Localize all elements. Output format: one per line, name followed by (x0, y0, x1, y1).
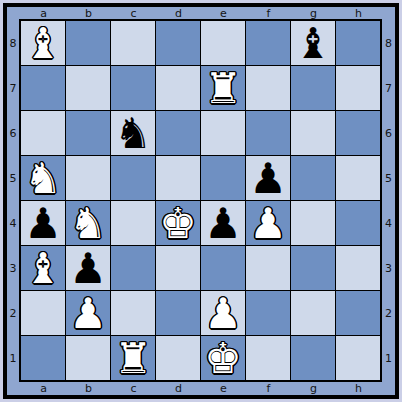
rank-label-3: 3 (7, 246, 19, 291)
rank-labels-left: 87654321 (7, 19, 19, 382)
square-b5[interactable] (66, 156, 110, 200)
square-g4[interactable] (291, 201, 335, 245)
square-h6[interactable] (336, 111, 380, 155)
square-c2[interactable] (111, 291, 155, 335)
square-f2[interactable] (246, 291, 290, 335)
square-c7[interactable] (111, 66, 155, 110)
rank-label-8: 8 (7, 21, 19, 66)
board-frame: abcdefgh 87654321 ♝♝♜♞♞♟♟♞♚♟♟♝♟♟♟♜♚ 8765… (3, 3, 399, 399)
square-e6[interactable] (201, 111, 245, 155)
rank-label-7: 7 (7, 66, 19, 111)
square-c1[interactable]: ♜ (111, 336, 155, 380)
square-e7[interactable]: ♜ (201, 66, 245, 110)
rank-label-1: 1 (7, 336, 19, 381)
square-b4[interactable]: ♞ (66, 201, 110, 245)
square-f1[interactable] (246, 336, 290, 380)
square-a4[interactable]: ♟ (21, 201, 65, 245)
square-c6[interactable]: ♞ (111, 111, 155, 155)
square-f8[interactable] (246, 21, 290, 65)
piece-white-pawn[interactable]: ♟ (249, 202, 287, 246)
square-c3[interactable] (111, 246, 155, 290)
square-e1[interactable]: ♚ (201, 336, 245, 380)
square-a2[interactable] (21, 291, 65, 335)
square-g6[interactable] (291, 111, 335, 155)
piece-white-bishop[interactable]: ♝ (24, 247, 62, 291)
square-h2[interactable] (336, 291, 380, 335)
square-f4[interactable]: ♟ (246, 201, 290, 245)
square-c8[interactable] (111, 21, 155, 65)
piece-white-pawn[interactable]: ♟ (204, 292, 242, 336)
square-d3[interactable] (156, 246, 200, 290)
piece-black-pawn[interactable]: ♟ (204, 202, 242, 246)
rank-label-2: 2 (7, 291, 19, 336)
file-label-d: d (156, 7, 201, 20)
square-a1[interactable] (21, 336, 65, 380)
square-g3[interactable] (291, 246, 335, 290)
piece-black-knight[interactable]: ♞ (114, 112, 152, 156)
square-d6[interactable] (156, 111, 200, 155)
square-d1[interactable] (156, 336, 200, 380)
rank-label-6: 6 (382, 111, 395, 156)
rank-label-4: 4 (382, 201, 395, 246)
square-f7[interactable] (246, 66, 290, 110)
piece-black-pawn[interactable]: ♟ (24, 202, 62, 246)
square-d5[interactable] (156, 156, 200, 200)
square-d8[interactable] (156, 21, 200, 65)
rank-label-3: 3 (382, 246, 395, 291)
file-label-c: c (111, 7, 156, 20)
file-label-e: e (201, 382, 246, 395)
square-d4[interactable]: ♚ (156, 201, 200, 245)
square-h3[interactable] (336, 246, 380, 290)
file-label-a: a (21, 7, 66, 20)
square-e4[interactable]: ♟ (201, 201, 245, 245)
rank-label-8: 8 (382, 21, 395, 66)
square-h1[interactable] (336, 336, 380, 380)
rank-label-2: 2 (382, 291, 395, 336)
piece-white-rook[interactable]: ♜ (114, 337, 152, 381)
rank-label-5: 5 (7, 156, 19, 201)
piece-white-pawn[interactable]: ♟ (69, 292, 107, 336)
file-label-h: h (336, 382, 381, 395)
square-h5[interactable] (336, 156, 380, 200)
rank-label-5: 5 (382, 156, 395, 201)
square-d7[interactable] (156, 66, 200, 110)
square-e5[interactable] (201, 156, 245, 200)
piece-white-bishop[interactable]: ♝ (24, 22, 62, 66)
square-g8[interactable]: ♝ (291, 21, 335, 65)
square-a3[interactable]: ♝ (21, 246, 65, 290)
rank-label-4: 4 (7, 201, 19, 246)
square-e3[interactable] (201, 246, 245, 290)
rank-labels-right: 87654321 (382, 19, 395, 382)
square-b8[interactable] (66, 21, 110, 65)
square-g2[interactable] (291, 291, 335, 335)
file-label-g: g (291, 7, 336, 20)
piece-white-rook[interactable]: ♜ (204, 67, 242, 111)
corner-bottom-right (382, 382, 395, 395)
file-label-d: d (156, 382, 201, 395)
square-b6[interactable] (66, 111, 110, 155)
file-label-h: h (336, 7, 381, 20)
square-a7[interactable] (21, 66, 65, 110)
square-e2[interactable]: ♟ (201, 291, 245, 335)
piece-white-knight[interactable]: ♞ (69, 202, 107, 246)
file-label-g: g (291, 382, 336, 395)
square-a8[interactable]: ♝ (21, 21, 65, 65)
file-label-c: c (111, 382, 156, 395)
piece-black-pawn[interactable]: ♟ (249, 157, 287, 201)
piece-white-king[interactable]: ♚ (159, 202, 197, 246)
square-f3[interactable] (246, 246, 290, 290)
square-f5[interactable]: ♟ (246, 156, 290, 200)
piece-white-king[interactable]: ♚ (204, 337, 242, 381)
square-c5[interactable] (111, 156, 155, 200)
file-label-b: b (66, 382, 111, 395)
rank-label-7: 7 (382, 66, 395, 111)
square-c4[interactable] (111, 201, 155, 245)
file-label-f: f (246, 7, 291, 20)
piece-black-pawn[interactable]: ♟ (69, 247, 107, 291)
square-b7[interactable] (66, 66, 110, 110)
file-label-f: f (246, 382, 291, 395)
rank-label-1: 1 (382, 336, 395, 381)
square-g5[interactable] (291, 156, 335, 200)
square-h8[interactable] (336, 21, 380, 65)
square-h4[interactable] (336, 201, 380, 245)
file-labels-top: abcdefgh (19, 7, 382, 19)
piece-black-bishop[interactable]: ♝ (294, 22, 332, 66)
square-d2[interactable] (156, 291, 200, 335)
square-b1[interactable] (66, 336, 110, 380)
square-h7[interactable] (336, 66, 380, 110)
square-g1[interactable] (291, 336, 335, 380)
file-label-b: b (66, 7, 111, 20)
file-label-e: e (201, 7, 246, 20)
square-e8[interactable] (201, 21, 245, 65)
square-f6[interactable] (246, 111, 290, 155)
corner-top-right (382, 7, 395, 19)
file-label-a: a (21, 382, 66, 395)
square-a5[interactable]: ♞ (21, 156, 65, 200)
file-labels-bottom: abcdefgh (19, 382, 382, 395)
board: ♝♝♜♞♞♟♟♞♚♟♟♝♟♟♟♜♚ (19, 19, 382, 382)
square-b3[interactable]: ♟ (66, 246, 110, 290)
corner-bottom-left (7, 382, 19, 395)
square-b2[interactable]: ♟ (66, 291, 110, 335)
square-a6[interactable] (21, 111, 65, 155)
piece-white-knight[interactable]: ♞ (24, 157, 62, 201)
chess-diagram: abcdefgh 87654321 ♝♝♜♞♞♟♟♞♚♟♟♝♟♟♟♜♚ 8765… (0, 0, 402, 402)
rank-label-6: 6 (7, 111, 19, 156)
square-g7[interactable] (291, 66, 335, 110)
corner-top-left (7, 7, 19, 19)
